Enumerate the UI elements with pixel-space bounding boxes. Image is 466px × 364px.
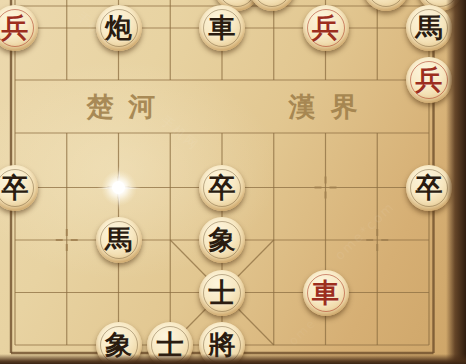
piece-character: 將	[199, 322, 245, 364]
piece-black-卒-f4r7[interactable]: 卒	[199, 165, 245, 211]
piece-black-車-f4r4[interactable]: 車	[199, 5, 245, 51]
piece-black-象-f2r10[interactable]: 象	[96, 322, 142, 364]
piece-red-車-f6r9[interactable]: 車	[303, 270, 349, 316]
piece-black-象-f4r8[interactable]: 象	[199, 217, 245, 263]
piece-black-士-f4r9[interactable]: 士	[199, 270, 245, 316]
piece-black-卒-f8r7[interactable]: 卒	[406, 165, 452, 211]
piece-black-馬-f8r4[interactable]: 馬	[406, 5, 452, 51]
piece-character: 兵	[406, 57, 452, 103]
piece-ring	[253, 0, 291, 7]
piece-character: 士	[147, 322, 193, 364]
piece-red-兵-f0r4[interactable]: 兵	[0, 5, 38, 51]
piece-red-兵-f6r4[interactable]: 兵	[303, 5, 349, 51]
piece-character: 卒	[199, 165, 245, 211]
piece-ring	[367, 0, 405, 7]
piece-character: 炮	[96, 5, 142, 51]
piece-character: 馬	[406, 5, 452, 51]
piece-character: 象	[199, 217, 245, 263]
piece-character: 士	[199, 270, 245, 316]
piece-red-兵-f8r5[interactable]: 兵	[406, 57, 452, 103]
piece-character: 象	[96, 322, 142, 364]
piece-character: 卒	[0, 165, 38, 211]
piece-character: 卒	[406, 165, 452, 211]
piece-black-將-f4r10[interactable]: 將	[199, 322, 245, 364]
piece-character: 馬	[96, 217, 142, 263]
piece-character: 兵	[0, 5, 38, 51]
river-label-chu-he: 楚河	[72, 89, 171, 125]
piece-character: 車	[303, 270, 349, 316]
piece-character: 車	[199, 5, 245, 51]
piece-black-士-f3r10[interactable]: 士	[147, 322, 193, 364]
piece-black-炮-f2r4[interactable]: 炮	[96, 5, 142, 51]
piece-black-馬-f2r8[interactable]: 馬	[96, 217, 142, 263]
river-label-han-jie: 漢界	[274, 89, 373, 125]
piece-character: 兵	[303, 5, 349, 51]
piece-black-卒-f0r7[interactable]: 卒	[0, 165, 38, 211]
xiangqi-board[interactable]: 楚河 漢界 兵炮車兵馬兵卒卒卒馬象士車象士將 手机网手机网手机ome*comom…	[0, 0, 466, 364]
